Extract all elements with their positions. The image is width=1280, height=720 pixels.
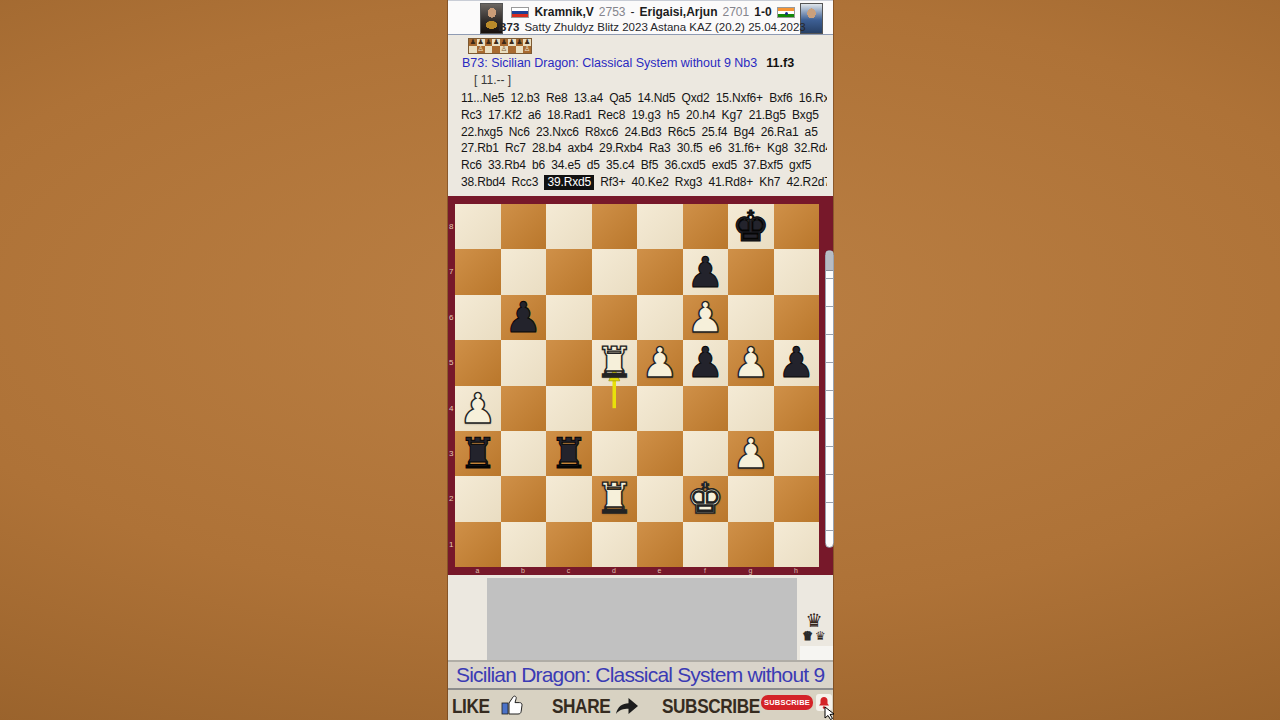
title-ticker: Sicilian Dragon: Classical System withou… xyxy=(448,660,833,690)
square-a7[interactable] xyxy=(455,249,501,294)
file-label-d: d xyxy=(592,567,637,575)
material-strip-cell xyxy=(516,46,524,53)
current-move-highlight[interactable]: 39.Rxd5 xyxy=(544,175,594,190)
square-a3[interactable]: ♜ xyxy=(455,431,501,476)
india-flag-icon xyxy=(777,7,795,18)
material-strip-cell: ♟ xyxy=(500,39,508,46)
chess-app-panel: Kramnik,V 2753 - Erigaisi,Arjun 2701 1-0… xyxy=(448,0,833,720)
square-e6[interactable] xyxy=(637,295,683,340)
square-b7[interactable] xyxy=(501,249,547,294)
square-g1[interactable] xyxy=(728,522,774,567)
square-a2[interactable] xyxy=(455,476,501,521)
square-f3[interactable] xyxy=(683,431,729,476)
square-b5[interactable] xyxy=(501,340,547,385)
black-player-elo: 2701 xyxy=(723,5,750,19)
material-strip-cell: ♟ xyxy=(469,39,477,46)
square-g8[interactable]: ♚ xyxy=(728,204,774,249)
square-a5[interactable] xyxy=(455,340,501,385)
material-strip-cell: ♟ xyxy=(485,39,493,46)
event-line: B73 Satty Zhuldyz Blitz 2023 Astana KAZ … xyxy=(506,20,798,34)
white-queen-icon: ♕ xyxy=(802,630,813,642)
file-label-f: f xyxy=(683,567,728,575)
square-e7[interactable] xyxy=(637,249,683,294)
square-e4[interactable] xyxy=(637,386,683,431)
material-strip-cell: ♙ xyxy=(523,46,531,53)
square-c4[interactable] xyxy=(546,386,592,431)
piece-white-pawn-a4[interactable]: ♟ xyxy=(459,386,497,431)
square-g7[interactable] xyxy=(728,249,774,294)
piece-black-pawn-f5[interactable]: ♟ xyxy=(686,340,724,385)
subscribe-button[interactable]: SUBSCRIBE xyxy=(761,695,813,710)
black-queen-icon: ♛ xyxy=(815,630,826,642)
material-strip-cell: ♟ xyxy=(523,39,531,46)
square-d2[interactable]: ♜ xyxy=(592,476,638,521)
square-b2[interactable] xyxy=(501,476,547,521)
square-f8[interactable] xyxy=(683,204,729,249)
scrollbar-thumb[interactable] xyxy=(826,251,833,271)
file-label-h: h xyxy=(774,567,819,575)
square-h1[interactable] xyxy=(774,522,820,567)
square-f6[interactable]: ♟ xyxy=(683,295,729,340)
square-f7[interactable]: ♟ xyxy=(683,249,729,294)
square-d4[interactable] xyxy=(592,386,638,431)
square-h4[interactable] xyxy=(774,386,820,431)
square-b1[interactable] xyxy=(501,522,547,567)
square-c1[interactable] xyxy=(546,522,592,567)
material-strip-cell: ♟ xyxy=(516,39,524,46)
square-c8[interactable] xyxy=(546,204,592,249)
square-a8[interactable] xyxy=(455,204,501,249)
square-c3[interactable]: ♜ xyxy=(546,431,592,476)
material-badge[interactable]: ♛ ♕ ♛ xyxy=(795,610,833,658)
board-scrollbar[interactable] xyxy=(825,250,834,548)
piece-white-pawn-e5[interactable]: ♟ xyxy=(641,340,679,385)
square-h5[interactable]: ♟ xyxy=(774,340,820,385)
engine-panel-placeholder xyxy=(487,578,797,660)
square-e3[interactable] xyxy=(637,431,683,476)
square-d7[interactable] xyxy=(592,249,638,294)
game-header: Kramnik,V 2753 - Erigaisi,Arjun 2701 1-0… xyxy=(448,0,833,35)
square-b4[interactable] xyxy=(501,386,547,431)
rank-label-2: 2 xyxy=(449,476,455,521)
file-label-b: b xyxy=(501,567,546,575)
move-line-current[interactable]: 38.Rbd4 Rcc3 39.Rxd5 Rf3+ 40.Ke2 Rxg3 41… xyxy=(461,174,827,191)
square-c2[interactable] xyxy=(546,476,592,521)
rank-label-5: 5 xyxy=(449,340,455,385)
piece-white-rook-d2[interactable]: ♜ xyxy=(595,476,633,521)
square-g3[interactable]: ♟ xyxy=(728,431,774,476)
variation-bracket[interactable]: [ 11.-- ] xyxy=(474,73,511,87)
square-h6[interactable] xyxy=(774,295,820,340)
next-move-label[interactable]: 11.f3 xyxy=(766,56,794,70)
white-player-elo: 2753 xyxy=(599,5,626,19)
square-e5[interactable]: ♟ xyxy=(637,340,683,385)
piece-white-pawn-g3[interactable]: ♟ xyxy=(732,431,770,476)
move-line[interactable]: 11...Ne5 12.b3 Re8 13.a4 Qa5 14.Nd5 Qxd2… xyxy=(461,90,827,107)
file-label-a: a xyxy=(455,567,500,575)
square-d5[interactable]: ♜ xyxy=(592,340,638,385)
piece-black-rook-c3[interactable]: ♜ xyxy=(550,431,588,476)
event-details: Satty Zhuldyz Blitz 2023 Astana KAZ (20.… xyxy=(524,21,805,33)
square-c5[interactable] xyxy=(546,340,592,385)
square-e8[interactable] xyxy=(637,204,683,249)
players-line: Kramnik,V 2753 - Erigaisi,Arjun 2701 1-0 xyxy=(508,5,798,19)
rank-label-3: 3 xyxy=(449,431,455,476)
video-background: Kramnik,V 2753 - Erigaisi,Arjun 2701 1-0… xyxy=(0,0,1280,720)
moves-after-current[interactable]: Rf3+ 40.Ke2 Rxg3 41.Rd8+ Kh7 42.R2d7 xyxy=(594,175,827,189)
white-player-name: Kramnik,V xyxy=(534,5,593,19)
piece-black-king-g8[interactable]: ♚ xyxy=(732,204,770,249)
square-e2[interactable] xyxy=(637,476,683,521)
share-label: SHARE xyxy=(552,694,610,718)
material-strip-cell: ♟ xyxy=(508,39,516,46)
material-strip-cell xyxy=(485,46,493,53)
square-a1[interactable] xyxy=(455,522,501,567)
square-b3[interactable] xyxy=(501,431,547,476)
piece-black-rook-a3[interactable]: ♜ xyxy=(459,431,497,476)
square-h7[interactable] xyxy=(774,249,820,294)
piece-black-pawn-h5[interactable]: ♟ xyxy=(777,340,815,385)
move-line[interactable]: 22.hxg5 Nc6 23.Nxc6 R8xc6 24.Bd3 R6c5 25… xyxy=(461,124,827,141)
rank-label-8: 8 xyxy=(449,204,455,249)
square-h8[interactable] xyxy=(774,204,820,249)
opening-name[interactable]: B73: Sicilian Dragon: Classical System w… xyxy=(462,56,757,70)
rank-label-1: 1 xyxy=(449,522,455,567)
move-line[interactable]: Rc3 17.Kf2 a6 18.Rad1 Rec8 19.g3 h5 20.h… xyxy=(461,107,827,124)
rank-label-6: 6 xyxy=(449,295,455,340)
square-c6[interactable] xyxy=(546,295,592,340)
material-strip-cell: ♙ xyxy=(500,46,508,53)
square-f1[interactable] xyxy=(683,522,729,567)
mouse-cursor xyxy=(824,706,836,720)
share-arrow-icon xyxy=(614,693,640,717)
action-bar: LIKE SHARE SUBSCRIBE SUBSCRIBE xyxy=(448,690,833,720)
material-strip-cell: ♟ xyxy=(492,39,500,46)
queen-icon: ♛ xyxy=(795,610,833,630)
material-strip-cell xyxy=(492,46,500,53)
piece-white-king-f2[interactable]: ♚ xyxy=(686,476,724,521)
piece-white-rook-d5[interactable]: ♜ xyxy=(595,340,633,385)
russia-flag-icon xyxy=(511,7,529,18)
square-f2[interactable]: ♚ xyxy=(683,476,729,521)
thumbs-up-icon xyxy=(501,693,525,717)
square-g2[interactable] xyxy=(728,476,774,521)
moves-before-current[interactable]: 38.Rbd4 Rcc3 xyxy=(461,175,544,189)
players-separator: - xyxy=(630,5,634,19)
subscribe-label: SUBSCRIBE xyxy=(662,694,760,718)
square-e1[interactable] xyxy=(637,522,683,567)
move-line[interactable]: 27.Rb1 Rc7 28.b4 axb4 29.Rxb4 Ra3 30.f5 … xyxy=(461,140,827,157)
square-h2[interactable] xyxy=(774,476,820,521)
square-a4[interactable]: ♟ xyxy=(455,386,501,431)
file-label-e: e xyxy=(637,567,682,575)
rank-label-4: 4 xyxy=(449,386,455,431)
rank-label-7: 7 xyxy=(449,249,455,294)
square-g4[interactable] xyxy=(728,386,774,431)
move-list: 11...Ne5 12.b3 Re8 13.a4 Qa5 14.Nd5 Qxd2… xyxy=(461,90,827,191)
piece-black-pawn-f7[interactable]: ♟ xyxy=(686,250,724,295)
square-d1[interactable] xyxy=(592,522,638,567)
square-d8[interactable] xyxy=(592,204,638,249)
material-strip-cell: ♟ xyxy=(477,39,485,46)
material-strip: ♟♟♟♟♟♟♟♟♙♙♙ xyxy=(468,38,532,54)
black-player-name: Erigaisi,Arjun xyxy=(639,5,717,19)
move-line[interactable]: Rc6 33.Rb4 b6 34.e5 d5 35.c4 Bf5 36.cxd5… xyxy=(461,157,827,174)
square-c7[interactable] xyxy=(546,249,592,294)
square-g6[interactable] xyxy=(728,295,774,340)
chess-board: ♚♟♟♟♜♟♟♟♟♟♜♜♟♜♚ 87654321 abcdefgh xyxy=(448,196,833,575)
eco-code: B73 xyxy=(498,21,519,33)
file-label-c: c xyxy=(546,567,591,575)
square-d3[interactable] xyxy=(592,431,638,476)
square-f5[interactable]: ♟ xyxy=(683,340,729,385)
ticker-text: Sicilian Dragon: Classical System withou… xyxy=(448,663,824,687)
material-strip-cell xyxy=(508,46,516,53)
piece-white-pawn-f6[interactable]: ♟ xyxy=(686,295,724,340)
material-strip-cell: ♙ xyxy=(477,46,485,53)
game-result: 1-0 xyxy=(754,5,771,19)
file-label-g: g xyxy=(728,567,773,575)
square-b8[interactable] xyxy=(501,204,547,249)
square-b6[interactable]: ♟ xyxy=(501,295,547,340)
square-h3[interactable] xyxy=(774,431,820,476)
square-f4[interactable] xyxy=(683,386,729,431)
piece-white-pawn-g5[interactable]: ♟ xyxy=(732,340,770,385)
piece-black-pawn-b6[interactable]: ♟ xyxy=(504,295,542,340)
square-g5[interactable]: ♟ xyxy=(728,340,774,385)
square-a6[interactable] xyxy=(455,295,501,340)
material-strip-cell xyxy=(469,46,477,53)
like-label: LIKE xyxy=(452,694,490,718)
square-d6[interactable] xyxy=(592,295,638,340)
opening-row: B73: Sicilian Dragon: Classical System w… xyxy=(462,56,824,71)
